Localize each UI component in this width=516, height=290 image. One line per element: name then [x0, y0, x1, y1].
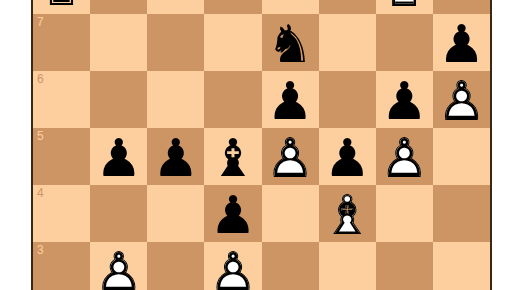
square-f8[interactable] — [319, 0, 376, 14]
pawn-glyph: ♟ — [147, 130, 204, 187]
square-a8[interactable]: ♚ — [33, 0, 90, 14]
square-d6[interactable] — [204, 71, 261, 128]
piece-black-bishop-d5[interactable]: ♝ — [204, 128, 261, 185]
bishop-glyph: ♝ — [204, 130, 261, 187]
pawn-outline-detail: ♙ — [204, 244, 261, 290]
square-c5[interactable]: ♟ — [147, 128, 204, 185]
square-d4[interactable]: ♟ — [204, 185, 261, 242]
pawn-outline-detail: ♙ — [433, 73, 490, 130]
square-b3[interactable]: ♟♟♙ — [90, 242, 147, 290]
square-d7[interactable] — [204, 14, 261, 71]
piece-black-pawn-h7[interactable]: ♟ — [433, 14, 490, 71]
square-g7[interactable] — [376, 14, 433, 71]
square-a3[interactable]: 3 — [33, 242, 90, 290]
piece-white-pawn-b3[interactable]: ♟♟♙ — [90, 242, 147, 290]
page-background: ♚♛♛♕7♞♟6♟♟♟♟♙5♟♟♝♟♟♙♟♟♟♙4♟♝♝♗3♟♟♙♟♟♙ — [0, 0, 516, 290]
pawn-glyph: ♟ — [90, 130, 147, 187]
pawn-outline-detail: ♙ — [262, 130, 319, 187]
square-c6[interactable] — [147, 71, 204, 128]
square-h4[interactable] — [433, 185, 490, 242]
square-d8[interactable] — [204, 0, 261, 14]
square-g5[interactable]: ♟♟♙ — [376, 128, 433, 185]
square-g4[interactable] — [376, 185, 433, 242]
piece-white-pawn-e5[interactable]: ♟♟♙ — [262, 128, 319, 185]
square-f5[interactable]: ♟ — [319, 128, 376, 185]
piece-black-knight-e7[interactable]: ♞ — [262, 14, 319, 71]
piece-white-bishop-f4[interactable]: ♝♝♗ — [319, 185, 376, 242]
piece-black-pawn-c5[interactable]: ♟ — [147, 128, 204, 185]
square-a6[interactable]: 6 — [33, 71, 90, 128]
square-f6[interactable] — [319, 71, 376, 128]
piece-black-pawn-b5[interactable]: ♟ — [90, 128, 147, 185]
square-g6[interactable]: ♟ — [376, 71, 433, 128]
square-e5[interactable]: ♟♟♙ — [262, 128, 319, 185]
square-c8[interactable] — [147, 0, 204, 14]
square-c3[interactable] — [147, 242, 204, 290]
square-a7[interactable]: 7 — [33, 14, 90, 71]
knight-glyph: ♞ — [262, 16, 319, 73]
piece-white-pawn-g5[interactable]: ♟♟♙ — [376, 128, 433, 185]
square-h5[interactable] — [433, 128, 490, 185]
piece-white-pawn-h6[interactable]: ♟♟♙ — [433, 71, 490, 128]
piece-black-pawn-f5[interactable]: ♟ — [319, 128, 376, 185]
square-h3[interactable] — [433, 242, 490, 290]
square-e6[interactable]: ♟ — [262, 71, 319, 128]
square-d3[interactable]: ♟♟♙ — [204, 242, 261, 290]
square-g3[interactable] — [376, 242, 433, 290]
chess-board: ♚♛♛♕7♞♟6♟♟♟♟♙5♟♟♝♟♟♙♟♟♟♙4♟♝♝♗3♟♟♙♟♟♙ — [31, 0, 492, 290]
square-a5[interactable]: 5 — [33, 128, 90, 185]
square-a4[interactable]: 4 — [33, 185, 90, 242]
pawn-glyph: ♟ — [262, 73, 319, 130]
square-c7[interactable] — [147, 14, 204, 71]
pawn-outline-detail: ♙ — [90, 244, 147, 290]
square-b4[interactable] — [90, 185, 147, 242]
rank-label-5: 5 — [37, 129, 44, 143]
pawn-glyph: ♟ — [376, 73, 433, 130]
square-e7[interactable]: ♞ — [262, 14, 319, 71]
piece-black-pawn-g6[interactable]: ♟ — [376, 71, 433, 128]
square-f3[interactable] — [319, 242, 376, 290]
piece-black-pawn-e6[interactable]: ♟ — [262, 71, 319, 128]
square-b7[interactable] — [90, 14, 147, 71]
piece-black-king-a8[interactable]: ♚ — [33, 0, 90, 14]
square-h8[interactable] — [433, 0, 490, 14]
square-h6[interactable]: ♟♟♙ — [433, 71, 490, 128]
square-g8[interactable]: ♛♛♕ — [376, 0, 433, 14]
board-grid: ♚♛♛♕7♞♟6♟♟♟♟♙5♟♟♝♟♟♙♟♟♟♙4♟♝♝♗3♟♟♙♟♟♙ — [33, 0, 490, 290]
pawn-glyph: ♟ — [204, 187, 261, 244]
square-b6[interactable] — [90, 71, 147, 128]
piece-black-pawn-d4[interactable]: ♟ — [204, 185, 261, 242]
square-c4[interactable] — [147, 185, 204, 242]
rank-label-6: 6 — [37, 72, 44, 86]
rank-label-7: 7 — [37, 15, 44, 29]
pawn-outline-detail: ♙ — [376, 130, 433, 187]
square-b8[interactable] — [90, 0, 147, 14]
bishop-outline-detail: ♗ — [319, 187, 376, 244]
piece-white-queen-g8[interactable]: ♛♛♕ — [376, 0, 433, 14]
square-f7[interactable] — [319, 14, 376, 71]
pawn-glyph: ♟ — [433, 16, 490, 73]
square-d5[interactable]: ♝ — [204, 128, 261, 185]
square-b5[interactable]: ♟ — [90, 128, 147, 185]
piece-white-pawn-d3[interactable]: ♟♟♙ — [204, 242, 261, 290]
rank-label-4: 4 — [37, 186, 44, 200]
pawn-glyph: ♟ — [319, 130, 376, 187]
rank-label-3: 3 — [37, 243, 44, 257]
square-f4[interactable]: ♝♝♗ — [319, 185, 376, 242]
square-h7[interactable]: ♟ — [433, 14, 490, 71]
square-e8[interactable] — [262, 0, 319, 14]
square-e3[interactable] — [262, 242, 319, 290]
square-e4[interactable] — [262, 185, 319, 242]
